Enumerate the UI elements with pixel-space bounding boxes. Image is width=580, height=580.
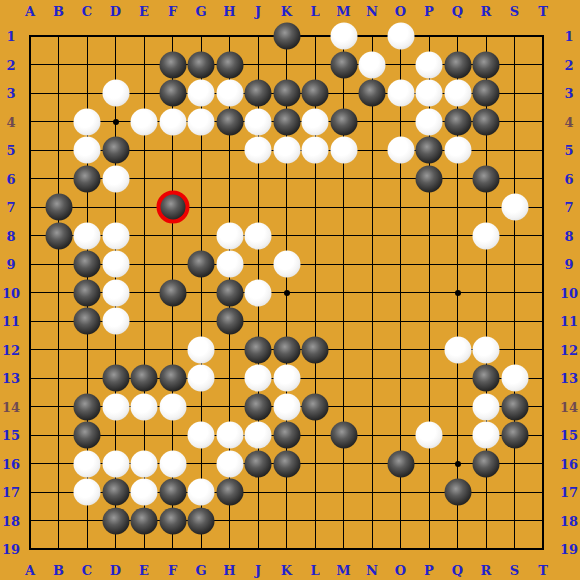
stone-black-G9 <box>188 251 215 278</box>
row-label-right-10: 10 <box>560 286 578 299</box>
column-label-top-O: O <box>395 5 406 18</box>
stone-black-J14 <box>245 393 272 420</box>
stone-black-Q4 <box>444 108 471 135</box>
column-label-bottom-T: T <box>538 564 548 577</box>
column-label-top-F: F <box>168 5 177 18</box>
column-label-bottom-P: P <box>424 564 434 577</box>
stone-white-G12 <box>188 336 215 363</box>
column-label-bottom-M: M <box>336 564 350 577</box>
row-label-left-18: 18 <box>2 514 20 527</box>
row-label-left-6: 6 <box>6 172 15 185</box>
stone-black-K1 <box>273 23 300 50</box>
stone-black-D13 <box>102 365 129 392</box>
column-label-top-G: G <box>195 5 206 18</box>
row-label-right-12: 12 <box>560 343 578 356</box>
stone-black-O16 <box>387 450 414 477</box>
row-label-right-1: 1 <box>564 30 573 43</box>
stone-white-M1 <box>330 23 357 50</box>
stone-white-J8 <box>245 222 272 249</box>
row-label-right-17: 17 <box>560 486 578 499</box>
stone-white-P15 <box>416 422 443 449</box>
column-label-bottom-R: R <box>481 564 492 577</box>
row-label-left-4: 4 <box>6 115 15 128</box>
column-label-top-H: H <box>223 5 235 18</box>
row-label-right-16: 16 <box>560 457 578 470</box>
stone-white-G15 <box>188 422 215 449</box>
column-label-top-Q: Q <box>452 5 463 18</box>
stone-white-Q3 <box>444 80 471 107</box>
row-label-right-8: 8 <box>564 229 573 242</box>
go-board-screen: ABCDEFGHJKLMNOPQRST ABCDEFGHJKLMNOPQRST … <box>0 0 580 580</box>
stone-black-H4 <box>216 108 243 135</box>
column-label-bottom-N: N <box>366 564 378 577</box>
row-label-left-8: 8 <box>6 229 15 242</box>
column-label-bottom-C: C <box>82 564 92 577</box>
stone-white-R15 <box>473 422 500 449</box>
row-label-left-16: 16 <box>2 457 20 470</box>
stone-black-H11 <box>216 308 243 335</box>
row-label-left-10: 10 <box>2 286 20 299</box>
row-label-left-19: 19 <box>2 543 20 556</box>
stone-black-E13 <box>131 365 158 392</box>
stone-white-E17 <box>131 479 158 506</box>
row-label-right-4: 4 <box>564 115 573 128</box>
stone-black-F3 <box>159 80 186 107</box>
stone-white-J13 <box>245 365 272 392</box>
stone-white-D8 <box>102 222 129 249</box>
row-label-left-5: 5 <box>6 144 15 157</box>
stone-white-C8 <box>74 222 101 249</box>
stone-white-O5 <box>387 137 414 164</box>
column-label-bottom-D: D <box>110 564 121 577</box>
stone-white-E14 <box>131 393 158 420</box>
stone-white-G3 <box>188 80 215 107</box>
column-label-top-J: J <box>255 5 261 18</box>
grid-line-vertical-N <box>372 35 373 550</box>
row-label-right-18: 18 <box>560 514 578 527</box>
stone-black-J3 <box>245 80 272 107</box>
stone-black-R2 <box>473 51 500 78</box>
stone-white-H15 <box>216 422 243 449</box>
column-label-bottom-K: K <box>281 564 292 577</box>
star-point-Q10 <box>455 290 461 296</box>
column-label-bottom-S: S <box>510 564 519 577</box>
column-label-top-C: C <box>82 5 92 18</box>
stone-black-C10 <box>74 279 101 306</box>
stone-white-J15 <box>245 422 272 449</box>
stone-white-M5 <box>330 137 357 164</box>
stone-black-F18 <box>159 507 186 534</box>
stone-white-D3 <box>102 80 129 107</box>
row-label-left-1: 1 <box>6 30 15 43</box>
stone-black-H17 <box>216 479 243 506</box>
stone-black-C6 <box>74 165 101 192</box>
stone-white-H16 <box>216 450 243 477</box>
stone-white-G17 <box>188 479 215 506</box>
row-label-left-13: 13 <box>2 372 20 385</box>
column-label-top-T: T <box>538 5 548 18</box>
stone-white-L5 <box>302 137 329 164</box>
row-label-left-9: 9 <box>6 258 15 271</box>
row-label-right-19: 19 <box>560 543 578 556</box>
stone-white-D14 <box>102 393 129 420</box>
stone-black-K3 <box>273 80 300 107</box>
column-label-bottom-G: G <box>195 564 206 577</box>
stone-white-R12 <box>473 336 500 363</box>
row-label-right-14: 14 <box>560 400 578 413</box>
column-label-top-L: L <box>310 5 319 18</box>
stone-white-K9 <box>273 251 300 278</box>
stone-black-R13 <box>473 365 500 392</box>
stone-white-F14 <box>159 393 186 420</box>
stone-black-N3 <box>359 80 386 107</box>
grid-line-horizontal-19 <box>29 548 544 550</box>
column-label-top-P: P <box>424 5 434 18</box>
stone-white-G4 <box>188 108 215 135</box>
last-move-marker <box>156 191 189 224</box>
stone-black-S15 <box>501 422 528 449</box>
stone-black-C11 <box>74 308 101 335</box>
stone-black-L14 <box>302 393 329 420</box>
stone-white-S7 <box>501 194 528 221</box>
stone-white-D11 <box>102 308 129 335</box>
stone-black-G18 <box>188 507 215 534</box>
stone-white-C5 <box>74 137 101 164</box>
stone-black-Q2 <box>444 51 471 78</box>
stone-white-C16 <box>74 450 101 477</box>
stone-black-L12 <box>302 336 329 363</box>
stone-black-L3 <box>302 80 329 107</box>
column-label-bottom-A: A <box>25 564 35 577</box>
stone-white-D9 <box>102 251 129 278</box>
stone-white-F16 <box>159 450 186 477</box>
stone-black-J16 <box>245 450 272 477</box>
star-point-K10 <box>284 290 290 296</box>
stone-white-H8 <box>216 222 243 249</box>
stone-black-M15 <box>330 422 357 449</box>
row-label-left-12: 12 <box>2 343 20 356</box>
column-label-top-B: B <box>53 5 64 18</box>
stone-white-R8 <box>473 222 500 249</box>
stone-white-K13 <box>273 365 300 392</box>
stone-black-F2 <box>159 51 186 78</box>
stone-black-R4 <box>473 108 500 135</box>
stone-black-C15 <box>74 422 101 449</box>
grid-line-vertical-S <box>514 35 515 550</box>
row-label-right-5: 5 <box>564 144 573 157</box>
stone-white-Q12 <box>444 336 471 363</box>
stone-white-H3 <box>216 80 243 107</box>
column-label-top-D: D <box>110 5 121 18</box>
row-label-left-15: 15 <box>2 429 20 442</box>
stone-white-L4 <box>302 108 329 135</box>
column-label-top-N: N <box>366 5 378 18</box>
stone-black-K12 <box>273 336 300 363</box>
stone-black-F17 <box>159 479 186 506</box>
column-label-bottom-E: E <box>139 564 149 577</box>
stone-black-H10 <box>216 279 243 306</box>
stone-black-K15 <box>273 422 300 449</box>
row-label-left-14: 14 <box>2 400 20 413</box>
stone-white-E16 <box>131 450 158 477</box>
stone-black-F10 <box>159 279 186 306</box>
column-label-top-M: M <box>336 5 350 18</box>
star-point-D4 <box>113 119 119 125</box>
column-label-bottom-B: B <box>53 564 64 577</box>
stone-black-D17 <box>102 479 129 506</box>
stone-white-J4 <box>245 108 272 135</box>
stone-white-J10 <box>245 279 272 306</box>
stone-black-B7 <box>45 194 72 221</box>
row-label-left-17: 17 <box>2 486 20 499</box>
stone-black-G2 <box>188 51 215 78</box>
stone-white-D16 <box>102 450 129 477</box>
stone-white-G13 <box>188 365 215 392</box>
stone-black-B8 <box>45 222 72 249</box>
stone-white-H9 <box>216 251 243 278</box>
row-label-right-6: 6 <box>564 172 573 185</box>
column-label-bottom-J: J <box>255 564 261 577</box>
row-label-left-3: 3 <box>6 87 15 100</box>
row-label-right-2: 2 <box>564 58 573 71</box>
stone-white-P2 <box>416 51 443 78</box>
stone-black-J12 <box>245 336 272 363</box>
row-label-right-15: 15 <box>560 429 578 442</box>
column-label-bottom-Q: Q <box>452 564 463 577</box>
stone-white-K14 <box>273 393 300 420</box>
column-label-bottom-F: F <box>168 564 177 577</box>
row-label-right-11: 11 <box>560 315 578 328</box>
stone-white-S13 <box>501 365 528 392</box>
stone-white-C17 <box>74 479 101 506</box>
stone-black-Q17 <box>444 479 471 506</box>
stone-black-F13 <box>159 365 186 392</box>
stone-white-K5 <box>273 137 300 164</box>
stone-white-P4 <box>416 108 443 135</box>
star-point-Q16 <box>455 461 461 467</box>
row-label-left-11: 11 <box>2 315 20 328</box>
row-label-right-13: 13 <box>560 372 578 385</box>
stone-black-S14 <box>501 393 528 420</box>
stone-black-K16 <box>273 450 300 477</box>
row-label-left-2: 2 <box>6 58 15 71</box>
row-label-left-7: 7 <box>6 201 15 214</box>
stone-white-N2 <box>359 51 386 78</box>
stone-white-O3 <box>387 80 414 107</box>
column-label-top-E: E <box>139 5 149 18</box>
stone-black-P6 <box>416 165 443 192</box>
stone-black-M4 <box>330 108 357 135</box>
stone-black-R16 <box>473 450 500 477</box>
stone-black-P5 <box>416 137 443 164</box>
column-label-bottom-L: L <box>310 564 319 577</box>
stone-black-D5 <box>102 137 129 164</box>
row-label-right-3: 3 <box>564 87 573 100</box>
row-label-right-9: 9 <box>564 258 573 271</box>
stone-black-R3 <box>473 80 500 107</box>
stone-black-D18 <box>102 507 129 534</box>
stone-white-O1 <box>387 23 414 50</box>
column-label-bottom-H: H <box>223 564 235 577</box>
stone-white-P3 <box>416 80 443 107</box>
stone-black-M2 <box>330 51 357 78</box>
column-label-top-A: A <box>25 5 35 18</box>
column-label-top-S: S <box>510 5 519 18</box>
stone-white-R14 <box>473 393 500 420</box>
stone-white-Q5 <box>444 137 471 164</box>
stone-white-J5 <box>245 137 272 164</box>
stone-black-H2 <box>216 51 243 78</box>
stone-white-F4 <box>159 108 186 135</box>
stone-white-D6 <box>102 165 129 192</box>
stone-black-E18 <box>131 507 158 534</box>
stone-white-E4 <box>131 108 158 135</box>
column-label-bottom-O: O <box>395 564 406 577</box>
column-label-top-R: R <box>481 5 492 18</box>
row-label-right-7: 7 <box>564 201 573 214</box>
stone-white-C4 <box>74 108 101 135</box>
stone-black-C14 <box>74 393 101 420</box>
column-label-top-K: K <box>281 5 292 18</box>
stone-black-K4 <box>273 108 300 135</box>
stone-black-C9 <box>74 251 101 278</box>
stone-black-R6 <box>473 165 500 192</box>
stone-white-D10 <box>102 279 129 306</box>
grid-line-vertical-T <box>542 35 544 550</box>
